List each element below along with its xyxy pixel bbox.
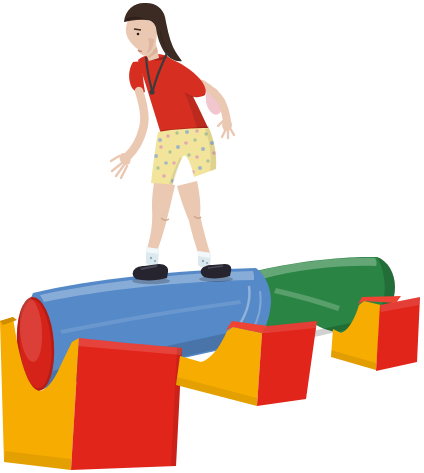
strap-knot xyxy=(149,89,154,94)
photo-canvas xyxy=(0,0,424,473)
right-sock-dot xyxy=(206,262,208,264)
left-sock-dot xyxy=(154,260,156,262)
eye xyxy=(137,33,140,36)
left-block-red-face xyxy=(71,338,182,470)
right-sock-dot xyxy=(202,260,204,262)
left-sock-dot xyxy=(150,257,152,259)
